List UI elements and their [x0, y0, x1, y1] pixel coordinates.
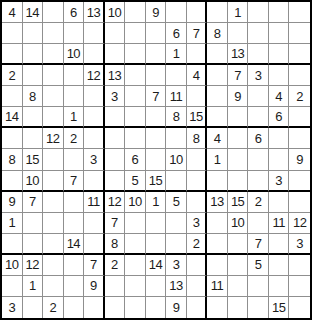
cell-r13c14[interactable] — [269, 255, 290, 276]
cell-r11c10[interactable]: 3 — [187, 213, 208, 234]
cell-r3c7[interactable] — [125, 44, 146, 65]
cell-r5c14[interactable]: 4 — [269, 86, 290, 107]
cell-r15c5[interactable] — [84, 297, 105, 318]
cell-r8c1[interactable]: 8 — [2, 149, 23, 170]
cell-r1c6[interactable]: 10 — [105, 2, 126, 23]
cell-r12c14[interactable] — [269, 234, 290, 255]
cell-r13c1[interactable]: 10 — [2, 255, 23, 276]
cell-r9c15[interactable] — [289, 171, 310, 192]
cell-r12c3[interactable] — [43, 234, 64, 255]
cell-r8c3[interactable] — [43, 149, 64, 170]
cell-r14c14[interactable] — [269, 276, 290, 297]
cell-r15c15[interactable] — [289, 297, 310, 318]
cell-r9c5[interactable] — [84, 171, 105, 192]
cell-r6c1[interactable]: 14 — [2, 107, 23, 128]
cell-r9c6[interactable] — [105, 171, 126, 192]
cell-r5c3[interactable] — [43, 86, 64, 107]
cell-r4c8[interactable] — [146, 65, 167, 86]
cell-r8c6[interactable] — [105, 149, 126, 170]
cell-r8c10[interactable] — [187, 149, 208, 170]
cell-r7c11[interactable]: 4 — [207, 128, 228, 149]
cell-r1c2[interactable]: 14 — [23, 2, 44, 23]
cell-r5c15[interactable]: 2 — [289, 86, 310, 107]
cell-r3c1[interactable] — [2, 44, 23, 65]
cell-r6c12[interactable] — [228, 107, 249, 128]
cell-r4c15[interactable] — [289, 65, 310, 86]
cell-r10c10[interactable] — [187, 192, 208, 213]
cell-r4c6[interactable]: 13 — [105, 65, 126, 86]
cell-r2c3[interactable] — [43, 23, 64, 44]
cell-r12c2[interactable] — [23, 234, 44, 255]
cell-r2c6[interactable] — [105, 23, 126, 44]
cell-r10c15[interactable] — [289, 192, 310, 213]
cell-r5c11[interactable] — [207, 86, 228, 107]
cell-r8c13[interactable] — [248, 149, 269, 170]
cell-r10c4[interactable] — [64, 192, 85, 213]
cell-r7c4[interactable]: 2 — [64, 128, 85, 149]
cell-r12c11[interactable] — [207, 234, 228, 255]
cell-r9c3[interactable] — [43, 171, 64, 192]
cell-r14c4[interactable] — [64, 276, 85, 297]
cell-r15c10[interactable] — [187, 297, 208, 318]
cell-r1c9[interactable] — [166, 2, 187, 23]
cell-r2c5[interactable] — [84, 23, 105, 44]
cell-r12c8[interactable] — [146, 234, 167, 255]
cell-r9c4[interactable]: 7 — [64, 171, 85, 192]
cell-r13c2[interactable]: 12 — [23, 255, 44, 276]
cell-r7c12[interactable] — [228, 128, 249, 149]
cell-r11c15[interactable]: 12 — [289, 213, 310, 234]
cell-r11c12[interactable]: 10 — [228, 213, 249, 234]
cell-r4c5[interactable]: 12 — [84, 65, 105, 86]
cell-r13c13[interactable]: 5 — [248, 255, 269, 276]
cell-r15c7[interactable] — [125, 297, 146, 318]
cell-r3c11[interactable] — [207, 44, 228, 65]
cell-r6c11[interactable] — [207, 107, 228, 128]
cell-r10c11[interactable]: 13 — [207, 192, 228, 213]
cell-r12c12[interactable] — [228, 234, 249, 255]
cell-r13c6[interactable]: 2 — [105, 255, 126, 276]
cell-r7c7[interactable] — [125, 128, 146, 149]
cell-r5c9[interactable]: 11 — [166, 86, 187, 107]
cell-r2c10[interactable]: 7 — [187, 23, 208, 44]
cell-r13c12[interactable] — [228, 255, 249, 276]
cell-r9c11[interactable] — [207, 171, 228, 192]
cell-r1c5[interactable]: 13 — [84, 2, 105, 23]
cell-r6c4[interactable]: 1 — [64, 107, 85, 128]
cell-r4c11[interactable] — [207, 65, 228, 86]
cell-r6c9[interactable]: 8 — [166, 107, 187, 128]
cell-r10c6[interactable]: 12 — [105, 192, 126, 213]
cell-r2c14[interactable] — [269, 23, 290, 44]
cell-r5c10[interactable] — [187, 86, 208, 107]
cell-r8c15[interactable]: 9 — [289, 149, 310, 170]
cell-r11c1[interactable]: 1 — [2, 213, 23, 234]
cell-r12c6[interactable]: 8 — [105, 234, 126, 255]
cell-r14c1[interactable] — [2, 276, 23, 297]
cell-r3c5[interactable] — [84, 44, 105, 65]
cell-r12c13[interactable]: 7 — [248, 234, 269, 255]
cell-r14c11[interactable]: 11 — [207, 276, 228, 297]
cell-r14c5[interactable]: 9 — [84, 276, 105, 297]
cell-r13c7[interactable] — [125, 255, 146, 276]
cell-r14c7[interactable] — [125, 276, 146, 297]
cell-r2c4[interactable] — [64, 23, 85, 44]
cell-r14c8[interactable] — [146, 276, 167, 297]
cell-r5c1[interactable] — [2, 86, 23, 107]
cell-r1c1[interactable]: 4 — [2, 2, 23, 23]
cell-r14c6[interactable] — [105, 276, 126, 297]
cell-r11c11[interactable] — [207, 213, 228, 234]
cell-r4c12[interactable]: 7 — [228, 65, 249, 86]
cell-r3c2[interactable] — [23, 44, 44, 65]
cell-r1c15[interactable] — [289, 2, 310, 23]
cell-r6c6[interactable] — [105, 107, 126, 128]
cell-r11c8[interactable] — [146, 213, 167, 234]
cell-r1c12[interactable]: 1 — [228, 2, 249, 23]
cell-r15c2[interactable] — [23, 297, 44, 318]
cell-r4c9[interactable] — [166, 65, 187, 86]
cell-r7c1[interactable] — [2, 128, 23, 149]
cell-r13c10[interactable] — [187, 255, 208, 276]
cell-r4c2[interactable] — [23, 65, 44, 86]
cell-r8c5[interactable]: 3 — [84, 149, 105, 170]
cell-r4c3[interactable] — [43, 65, 64, 86]
cell-r12c1[interactable] — [2, 234, 23, 255]
cell-r1c10[interactable] — [187, 2, 208, 23]
cell-r14c3[interactable] — [43, 276, 64, 297]
cell-r12c5[interactable] — [84, 234, 105, 255]
cell-r7c8[interactable] — [146, 128, 167, 149]
cell-r2c13[interactable] — [248, 23, 269, 44]
cell-r11c4[interactable] — [64, 213, 85, 234]
cell-r6c3[interactable] — [43, 107, 64, 128]
cell-r12c4[interactable]: 14 — [64, 234, 85, 255]
cell-r7c6[interactable] — [105, 128, 126, 149]
cell-r8c9[interactable]: 10 — [166, 149, 187, 170]
cell-r11c2[interactable] — [23, 213, 44, 234]
cell-r3c13[interactable] — [248, 44, 269, 65]
cell-r1c4[interactable]: 6 — [64, 2, 85, 23]
cell-r1c3[interactable] — [43, 2, 64, 23]
cell-r5c7[interactable] — [125, 86, 146, 107]
cell-r13c4[interactable] — [64, 255, 85, 276]
cell-r5c13[interactable] — [248, 86, 269, 107]
cell-r15c9[interactable]: 9 — [166, 297, 187, 318]
cell-r4c13[interactable]: 3 — [248, 65, 269, 86]
cell-r4c7[interactable] — [125, 65, 146, 86]
cell-r10c1[interactable]: 9 — [2, 192, 23, 213]
cell-r1c7[interactable] — [125, 2, 146, 23]
cell-r10c3[interactable] — [43, 192, 64, 213]
cell-r7c9[interactable] — [166, 128, 187, 149]
cell-r9c13[interactable] — [248, 171, 269, 192]
cell-r2c7[interactable] — [125, 23, 146, 44]
cell-r3c6[interactable] — [105, 44, 126, 65]
cell-r10c12[interactable]: 15 — [228, 192, 249, 213]
cell-r6c15[interactable] — [289, 107, 310, 128]
cell-r3c15[interactable] — [289, 44, 310, 65]
cell-r6c14[interactable]: 6 — [269, 107, 290, 128]
cell-r7c14[interactable] — [269, 128, 290, 149]
cell-r14c9[interactable]: 13 — [166, 276, 187, 297]
cell-r12c10[interactable]: 2 — [187, 234, 208, 255]
cell-r10c2[interactable]: 7 — [23, 192, 44, 213]
cell-r7c13[interactable]: 6 — [248, 128, 269, 149]
cell-r2c12[interactable] — [228, 23, 249, 44]
cell-r15c3[interactable]: 2 — [43, 297, 64, 318]
cell-r2c2[interactable] — [23, 23, 44, 44]
cell-r12c7[interactable] — [125, 234, 146, 255]
cell-r5c8[interactable]: 7 — [146, 86, 167, 107]
cell-r14c12[interactable] — [228, 276, 249, 297]
cell-r9c10[interactable] — [187, 171, 208, 192]
cell-r4c10[interactable]: 4 — [187, 65, 208, 86]
cell-r9c8[interactable]: 15 — [146, 171, 167, 192]
cell-r6c5[interactable] — [84, 107, 105, 128]
cell-r5c4[interactable] — [64, 86, 85, 107]
cell-r15c6[interactable] — [105, 297, 126, 318]
cell-r6c8[interactable] — [146, 107, 167, 128]
cell-r9c1[interactable] — [2, 171, 23, 192]
cell-r9c12[interactable] — [228, 171, 249, 192]
cell-r4c4[interactable] — [64, 65, 85, 86]
cell-r2c11[interactable]: 8 — [207, 23, 228, 44]
cell-r7c3[interactable]: 12 — [43, 128, 64, 149]
cell-r6c2[interactable] — [23, 107, 44, 128]
cell-r5c12[interactable]: 9 — [228, 86, 249, 107]
cell-r13c15[interactable] — [289, 255, 310, 276]
cell-r15c12[interactable] — [228, 297, 249, 318]
cell-r15c8[interactable] — [146, 297, 167, 318]
cell-r7c15[interactable] — [289, 128, 310, 149]
cell-r15c4[interactable] — [64, 297, 85, 318]
cell-r12c15[interactable]: 3 — [289, 234, 310, 255]
cell-r5c2[interactable]: 8 — [23, 86, 44, 107]
cell-r11c13[interactable] — [248, 213, 269, 234]
cell-r5c5[interactable] — [84, 86, 105, 107]
cell-r4c14[interactable] — [269, 65, 290, 86]
cell-r2c8[interactable] — [146, 23, 167, 44]
cell-r5c6[interactable]: 3 — [105, 86, 126, 107]
cell-r6c7[interactable] — [125, 107, 146, 128]
cell-r15c14[interactable]: 15 — [269, 297, 290, 318]
cell-r13c5[interactable]: 7 — [84, 255, 105, 276]
cell-r10c14[interactable] — [269, 192, 290, 213]
cell-r2c9[interactable]: 6 — [166, 23, 187, 44]
cell-r3c10[interactable] — [187, 44, 208, 65]
cell-r8c14[interactable] — [269, 149, 290, 170]
cell-r3c12[interactable]: 13 — [228, 44, 249, 65]
cell-r3c9[interactable]: 1 — [166, 44, 187, 65]
cell-r1c8[interactable]: 9 — [146, 2, 167, 23]
cell-r2c15[interactable] — [289, 23, 310, 44]
cell-r2c1[interactable] — [2, 23, 23, 44]
cell-r3c14[interactable] — [269, 44, 290, 65]
cell-r11c5[interactable] — [84, 213, 105, 234]
cell-r4c1[interactable]: 2 — [2, 65, 23, 86]
cell-r9c7[interactable]: 5 — [125, 171, 146, 192]
cell-r15c1[interactable]: 3 — [2, 297, 23, 318]
cell-r11c14[interactable]: 11 — [269, 213, 290, 234]
cell-r13c11[interactable] — [207, 255, 228, 276]
cell-r1c13[interactable] — [248, 2, 269, 23]
cell-r11c9[interactable] — [166, 213, 187, 234]
cell-r10c9[interactable]: 5 — [166, 192, 187, 213]
cell-r9c2[interactable]: 10 — [23, 171, 44, 192]
cell-r7c10[interactable]: 8 — [187, 128, 208, 149]
cell-r10c13[interactable]: 2 — [248, 192, 269, 213]
cell-r15c13[interactable] — [248, 297, 269, 318]
cell-r15c11[interactable] — [207, 297, 228, 318]
cell-r8c2[interactable]: 15 — [23, 149, 44, 170]
cell-r13c9[interactable]: 3 — [166, 255, 187, 276]
cell-r8c7[interactable]: 6 — [125, 149, 146, 170]
cell-r1c14[interactable] — [269, 2, 290, 23]
cell-r8c4[interactable] — [64, 149, 85, 170]
cell-r1c11[interactable] — [207, 2, 228, 23]
cell-r14c13[interactable] — [248, 276, 269, 297]
cell-r9c9[interactable] — [166, 171, 187, 192]
cell-r9c14[interactable]: 3 — [269, 171, 290, 192]
cell-r10c5[interactable]: 11 — [84, 192, 105, 213]
cell-r7c5[interactable] — [84, 128, 105, 149]
cell-r11c3[interactable] — [43, 213, 64, 234]
cell-r13c3[interactable] — [43, 255, 64, 276]
cell-r8c11[interactable]: 1 — [207, 149, 228, 170]
cell-r11c6[interactable]: 7 — [105, 213, 126, 234]
cell-r14c15[interactable] — [289, 276, 310, 297]
cell-r3c8[interactable] — [146, 44, 167, 65]
cell-r7c2[interactable] — [23, 128, 44, 149]
cell-r8c12[interactable] — [228, 149, 249, 170]
cell-r11c7[interactable] — [125, 213, 146, 234]
sudoku-board: 4146131091678101132121347383711942141815… — [0, 0, 312, 320]
cell-r10c8[interactable]: 1 — [146, 192, 167, 213]
cell-r14c10[interactable] — [187, 276, 208, 297]
cell-r13c8[interactable]: 14 — [146, 255, 167, 276]
cell-r14c2[interactable]: 1 — [23, 276, 44, 297]
cell-r8c8[interactable] — [146, 149, 167, 170]
cell-r3c4[interactable]: 10 — [64, 44, 85, 65]
cell-r3c3[interactable] — [43, 44, 64, 65]
cell-r12c9[interactable] — [166, 234, 187, 255]
cell-r10c7[interactable]: 10 — [125, 192, 146, 213]
cell-r6c10[interactable]: 15 — [187, 107, 208, 128]
cell-r6c13[interactable] — [248, 107, 269, 128]
